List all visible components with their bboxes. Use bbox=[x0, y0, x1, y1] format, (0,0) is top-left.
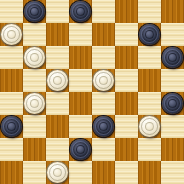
square-g2[interactable] bbox=[138, 138, 161, 161]
square-f1[interactable] bbox=[115, 161, 138, 184]
square-d4[interactable] bbox=[69, 92, 92, 115]
black-man-g7[interactable] bbox=[139, 24, 160, 45]
square-h5[interactable] bbox=[161, 69, 184, 92]
square-a3[interactable] bbox=[0, 115, 23, 138]
square-d1[interactable] bbox=[69, 161, 92, 184]
square-e6[interactable] bbox=[92, 46, 115, 69]
square-b8[interactable] bbox=[23, 0, 46, 23]
square-c2[interactable] bbox=[46, 138, 69, 161]
square-c1[interactable] bbox=[46, 161, 69, 184]
square-g8[interactable] bbox=[138, 0, 161, 23]
square-g3[interactable] bbox=[138, 115, 161, 138]
square-h7[interactable] bbox=[161, 23, 184, 46]
square-g6[interactable] bbox=[138, 46, 161, 69]
square-e3[interactable] bbox=[92, 115, 115, 138]
black-man-d2[interactable] bbox=[70, 139, 91, 160]
square-c4[interactable] bbox=[46, 92, 69, 115]
square-c6[interactable] bbox=[46, 46, 69, 69]
white-man-c5[interactable] bbox=[47, 70, 68, 91]
square-d3[interactable] bbox=[69, 115, 92, 138]
square-f5[interactable] bbox=[115, 69, 138, 92]
square-a1[interactable] bbox=[0, 161, 23, 184]
square-f8[interactable] bbox=[115, 0, 138, 23]
square-g7[interactable] bbox=[138, 23, 161, 46]
square-h1[interactable] bbox=[161, 161, 184, 184]
black-man-e3[interactable] bbox=[93, 116, 114, 137]
square-e7[interactable] bbox=[92, 23, 115, 46]
white-man-a7[interactable] bbox=[1, 24, 22, 45]
square-f3[interactable] bbox=[115, 115, 138, 138]
square-a4[interactable] bbox=[0, 92, 23, 115]
square-c8[interactable] bbox=[46, 0, 69, 23]
square-g1[interactable] bbox=[138, 161, 161, 184]
square-e1[interactable] bbox=[92, 161, 115, 184]
square-f7[interactable] bbox=[115, 23, 138, 46]
white-man-b4[interactable] bbox=[24, 93, 45, 114]
square-d2[interactable] bbox=[69, 138, 92, 161]
white-man-g3[interactable] bbox=[139, 116, 160, 137]
square-h3[interactable] bbox=[161, 115, 184, 138]
square-d7[interactable] bbox=[69, 23, 92, 46]
square-h8[interactable] bbox=[161, 0, 184, 23]
square-e8[interactable] bbox=[92, 0, 115, 23]
square-f6[interactable] bbox=[115, 46, 138, 69]
square-a6[interactable] bbox=[0, 46, 23, 69]
square-b6[interactable] bbox=[23, 46, 46, 69]
square-a2[interactable] bbox=[0, 138, 23, 161]
square-g4[interactable] bbox=[138, 92, 161, 115]
square-c3[interactable] bbox=[46, 115, 69, 138]
square-b3[interactable] bbox=[23, 115, 46, 138]
square-d5[interactable] bbox=[69, 69, 92, 92]
square-h2[interactable] bbox=[161, 138, 184, 161]
square-e4[interactable] bbox=[92, 92, 115, 115]
square-e2[interactable] bbox=[92, 138, 115, 161]
black-man-h6[interactable] bbox=[162, 47, 183, 68]
black-man-h4[interactable] bbox=[162, 93, 183, 114]
square-c5[interactable] bbox=[46, 69, 69, 92]
square-d8[interactable] bbox=[69, 0, 92, 23]
square-b4[interactable] bbox=[23, 92, 46, 115]
black-man-a3[interactable] bbox=[1, 116, 22, 137]
square-f4[interactable] bbox=[115, 92, 138, 115]
square-g5[interactable] bbox=[138, 69, 161, 92]
white-man-c1[interactable] bbox=[47, 162, 68, 183]
square-a7[interactable] bbox=[0, 23, 23, 46]
square-b7[interactable] bbox=[23, 23, 46, 46]
square-e5[interactable] bbox=[92, 69, 115, 92]
square-h6[interactable] bbox=[161, 46, 184, 69]
square-a8[interactable] bbox=[0, 0, 23, 23]
square-f2[interactable] bbox=[115, 138, 138, 161]
black-man-b8[interactable] bbox=[24, 1, 45, 22]
square-a5[interactable] bbox=[0, 69, 23, 92]
white-man-b6[interactable] bbox=[24, 47, 45, 68]
square-c7[interactable] bbox=[46, 23, 69, 46]
square-b1[interactable] bbox=[23, 161, 46, 184]
square-d6[interactable] bbox=[69, 46, 92, 69]
black-man-d8[interactable] bbox=[70, 1, 91, 22]
square-b2[interactable] bbox=[23, 138, 46, 161]
square-h4[interactable] bbox=[161, 92, 184, 115]
checkers-board bbox=[0, 0, 184, 184]
square-b5[interactable] bbox=[23, 69, 46, 92]
white-man-e5[interactable] bbox=[93, 70, 114, 91]
